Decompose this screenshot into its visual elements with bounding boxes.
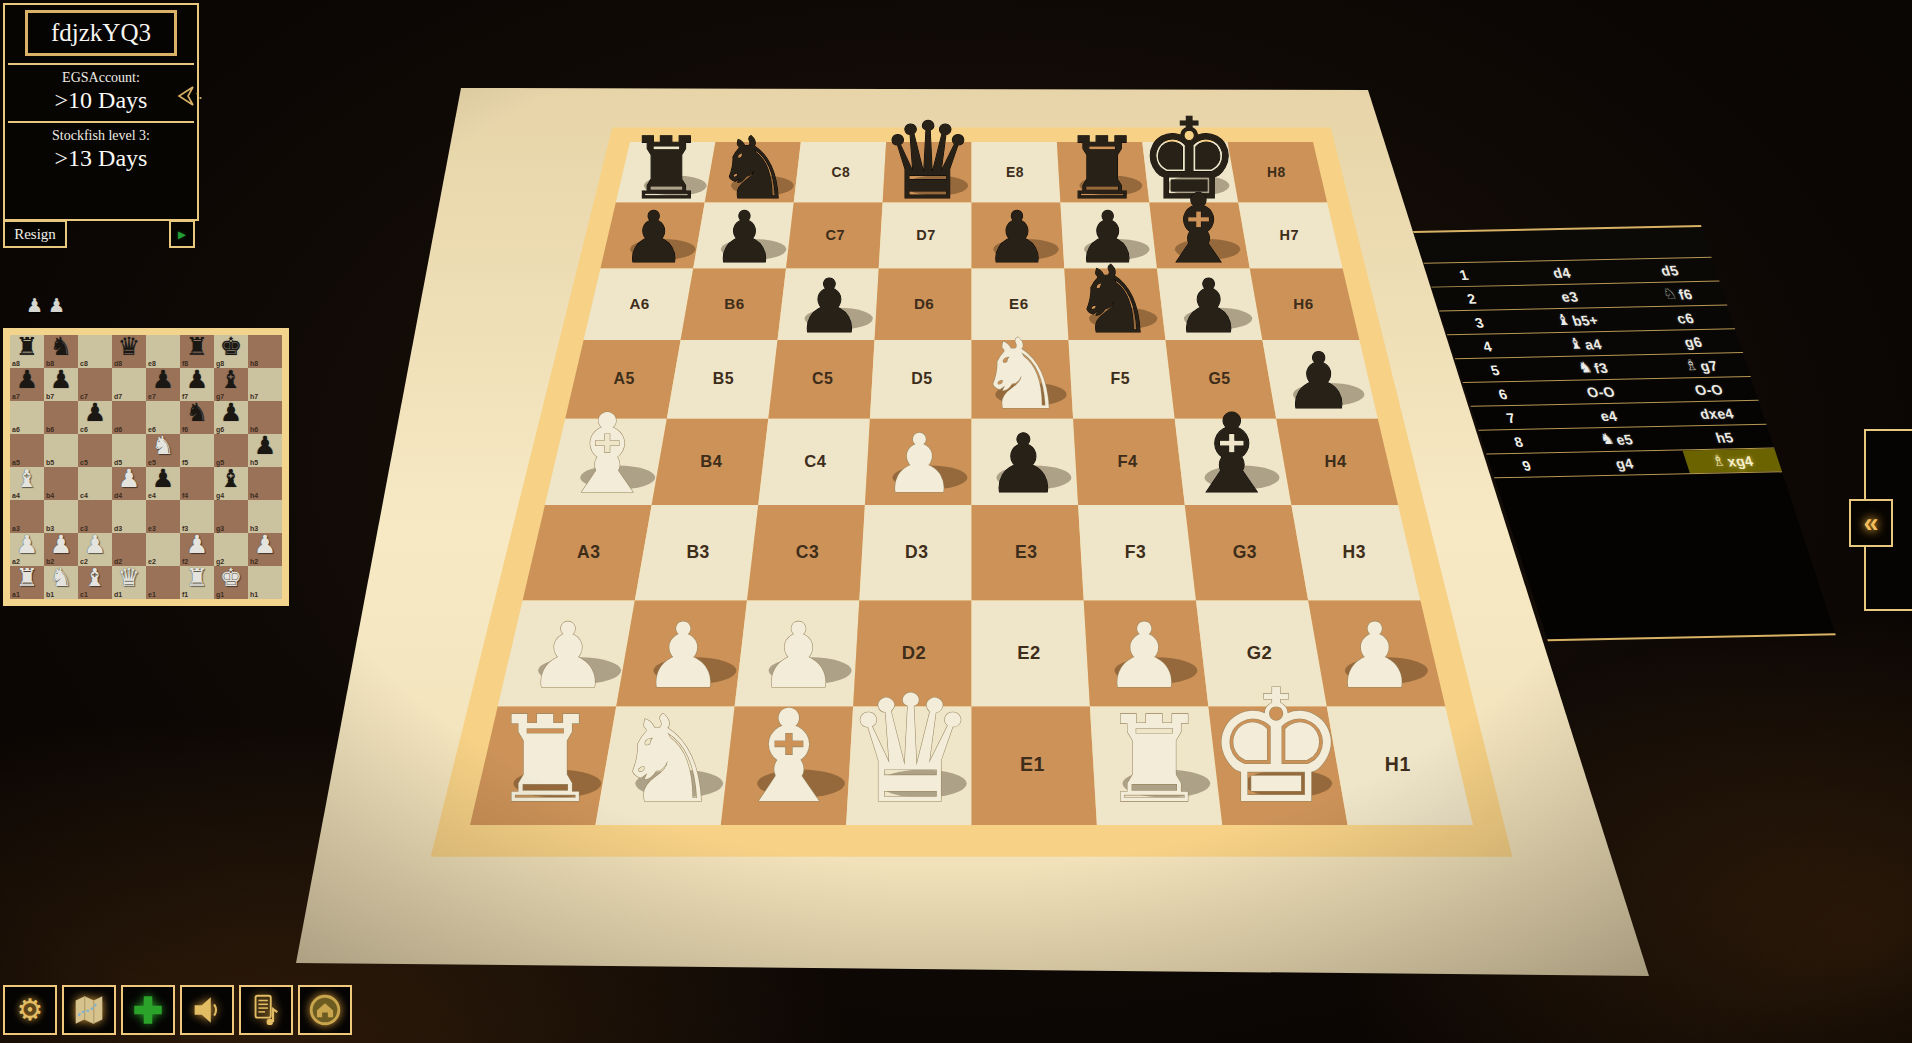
mini-piece-white: ♛ xyxy=(112,563,146,592)
square-label-g3: G3 xyxy=(1233,542,1257,562)
mini-square-a5: a5 xyxy=(10,434,44,467)
piece-white-rook-a1[interactable]: ♜ xyxy=(492,690,599,829)
piece-black-pawn-h5[interactable]: ♟ xyxy=(1284,336,1353,426)
square-label-g5: G5 xyxy=(1208,370,1230,387)
mini-square-e2: e2 xyxy=(146,533,180,566)
mini-square-label: f5 xyxy=(182,459,188,466)
plus-icon xyxy=(129,991,167,1029)
mini-piece-black: ♟ xyxy=(214,398,248,427)
move-cell[interactable]: d5 xyxy=(1620,258,1719,283)
square-label-f4: F4 xyxy=(1117,452,1138,471)
piece-black-pawn-b7[interactable]: ♟ xyxy=(713,196,776,279)
mini-square-label: e3 xyxy=(148,525,156,532)
mini-piece-black: ♟ xyxy=(10,365,44,394)
mini-square-label: g6 xyxy=(216,426,224,433)
mini-square-label: c4 xyxy=(80,492,88,499)
move-number: 4 xyxy=(1447,334,1526,358)
mini-square-e7: e7♟ xyxy=(146,368,180,401)
mini-piece-black: ♟ xyxy=(146,464,180,493)
mini-square-label: h2 xyxy=(250,558,258,565)
mini-square-label: d4 xyxy=(114,492,122,499)
move-text: e5 xyxy=(1614,431,1635,447)
move-cell[interactable]: d4 xyxy=(1496,260,1627,285)
sound-button[interactable] xyxy=(180,985,234,1035)
mini-square-c7: c7 xyxy=(78,368,112,401)
map-icon xyxy=(70,991,108,1029)
move-text: O-O xyxy=(1584,383,1617,399)
panel-divider xyxy=(8,121,194,123)
move-number: 3 xyxy=(1439,310,1518,334)
add-button[interactable] xyxy=(121,985,175,1035)
square-label-c5: C5 xyxy=(812,370,833,387)
move-number: 9 xyxy=(1486,453,1565,477)
move-cell[interactable]: ♞e5 xyxy=(1551,427,1682,452)
mini-square-a4: a4♝ xyxy=(10,467,44,500)
mini-piece-white: ♚ xyxy=(214,563,248,592)
gear-icon: ⚙ xyxy=(17,995,44,1025)
move-text: O-O xyxy=(1692,381,1725,397)
move-text: xg4 xyxy=(1725,452,1755,468)
mini-square-label: a4 xyxy=(12,492,20,499)
square-label-h7: H7 xyxy=(1280,227,1300,243)
mini-piece-black: ♛ xyxy=(112,332,146,361)
square-label-a3: A3 xyxy=(577,542,600,562)
mini-square-label: g4 xyxy=(216,492,224,499)
move-text: e4 xyxy=(1598,407,1619,423)
mini-square-label: c8 xyxy=(80,360,88,367)
move-cell[interactable]: e3 xyxy=(1504,284,1635,309)
square-label-c8: C8 xyxy=(831,164,850,180)
mini-board: a8♜b8♞c8d8♛e8f8♜g8♚h8a7♟b7♟c7d7e7♟f7♟g7♝… xyxy=(3,328,289,606)
mini-square-e4: e4♟ xyxy=(146,467,180,500)
mini-square-h1: h1 xyxy=(248,566,282,599)
mini-piece-black: ♟ xyxy=(78,398,112,427)
mini-square-label: b7 xyxy=(46,393,54,400)
engine-value: >13 Days xyxy=(5,145,197,172)
mini-square-g3: g3 xyxy=(214,500,248,533)
mini-square-a1: a1♜ xyxy=(10,566,44,599)
mini-square-c5: c5 xyxy=(78,434,112,467)
mini-square-d4: d4♟ xyxy=(112,467,146,500)
move-cell[interactable]: c6 xyxy=(1635,305,1734,330)
move-cell[interactable]: ♞f3 xyxy=(1527,355,1658,380)
music-list-icon xyxy=(247,991,285,1029)
mini-square-label: e4 xyxy=(148,492,156,499)
piece-white-rook-f1[interactable]: ♜ xyxy=(1101,690,1208,829)
piece-white-pawn-d4[interactable]: ♟ xyxy=(883,417,956,511)
mini-square-h3: h3 xyxy=(248,500,282,533)
mini-square-label: d1 xyxy=(114,591,122,598)
mini-square-e5: e5♞ xyxy=(146,434,180,467)
piece-black-bishop-g4[interactable]: ♝ xyxy=(1183,391,1281,518)
mini-square-label: h4 xyxy=(250,492,258,499)
square-label-d3: D3 xyxy=(905,542,928,562)
square-label-a5: A5 xyxy=(614,370,635,387)
confirm-button[interactable]: ► xyxy=(169,220,195,248)
mini-square-g7: g7♝ xyxy=(214,368,248,401)
mini-square-g1: g1♚ xyxy=(214,566,248,599)
mini-square-g4: g4♝ xyxy=(214,467,248,500)
square-label-b3: B3 xyxy=(686,542,709,562)
mini-square-h4: h4 xyxy=(248,467,282,500)
mini-square-a2: a2♟ xyxy=(10,533,44,566)
mini-piece-white: ♜ xyxy=(10,563,44,592)
mini-square-c8: c8 xyxy=(78,335,112,368)
mini-square-f2: f2♟ xyxy=(180,533,214,566)
map-button[interactable] xyxy=(62,985,116,1035)
square-label-d5: D5 xyxy=(911,370,932,387)
square-label-h4: H4 xyxy=(1325,452,1347,471)
mini-square-label: e1 xyxy=(148,591,156,598)
mini-square-f1: f1♜ xyxy=(180,566,214,599)
mini-square-label: d6 xyxy=(114,426,122,433)
mini-square-e1: e1 xyxy=(146,566,180,599)
mini-square-f8: f8♜ xyxy=(180,335,214,368)
mini-square-label: h1 xyxy=(250,591,258,598)
square-label-e2: E2 xyxy=(1017,642,1041,663)
square-label-d2: D2 xyxy=(902,642,927,663)
mini-piece-black: ♝ xyxy=(214,464,248,493)
player-panel: fdjzkYQ3 EGSAccount: >10 Days Stockfish … xyxy=(3,3,199,221)
piece-white-pawn-h2[interactable]: ♟ xyxy=(1335,604,1416,708)
mini-square-b1: b1♞ xyxy=(44,566,78,599)
move-number: 7 xyxy=(1471,405,1550,429)
mini-square-label: h5 xyxy=(250,459,258,466)
mini-square-label: b5 xyxy=(46,459,54,466)
mini-square-label: b6 xyxy=(46,426,54,433)
mini-square-d5: d5 xyxy=(112,434,146,467)
account-label: EGSAccount: xyxy=(5,70,197,86)
square-label-d7: D7 xyxy=(916,227,936,243)
square-label-c3: C3 xyxy=(796,542,819,562)
mini-square-e8: e8 xyxy=(146,335,180,368)
mini-square-b4: b4 xyxy=(44,467,78,500)
mini-square-b2: b2♟ xyxy=(44,533,78,566)
move-number: 5 xyxy=(1455,358,1534,382)
mini-piece-white: ♝ xyxy=(78,563,112,592)
chevrons-left-icon: « xyxy=(1863,510,1878,537)
square-label-h8: H8 xyxy=(1267,164,1286,180)
mini-square-c3: c3 xyxy=(78,500,112,533)
mini-square-label: d7 xyxy=(114,393,122,400)
captured-white-pawn-icon: ♟ xyxy=(48,294,65,316)
mini-square-h5: h5♟ xyxy=(248,434,282,467)
piece-white-king-g1[interactable]: ♚ xyxy=(1206,656,1346,838)
mini-piece-black: ♜ xyxy=(10,332,44,361)
mini-square-label: g3 xyxy=(216,525,224,532)
captured-pieces-tray: ♟♟ xyxy=(26,294,65,316)
square-label-b6: B6 xyxy=(724,295,744,312)
mini-piece-black: ♟ xyxy=(248,431,282,460)
mini-square-label: f4 xyxy=(182,492,188,499)
square-label-h1: H1 xyxy=(1385,753,1411,775)
piece-white-knight-b1[interactable]: ♞ xyxy=(613,690,720,829)
mini-piece-black: ♜ xyxy=(180,332,214,361)
square-label-b4: B4 xyxy=(700,452,722,471)
cursor-icon xyxy=(176,84,204,108)
player-name-box: fdjzkYQ3 xyxy=(25,10,177,56)
mini-piece-black: ♝ xyxy=(214,365,248,394)
square-label-e3: E3 xyxy=(1015,542,1037,562)
mini-piece-black: ♞ xyxy=(44,332,78,361)
move-number: 8 xyxy=(1479,429,1558,453)
mini-square-a7: a7♟ xyxy=(10,368,44,401)
move-cell[interactable]: O-O xyxy=(1535,379,1666,404)
mini-square-e3: e3 xyxy=(146,500,180,533)
mini-piece-white: ♟ xyxy=(10,530,44,559)
mini-square-label: c1 xyxy=(80,591,88,598)
settings-button[interactable]: ⚙ xyxy=(3,985,57,1035)
move-text: c6 xyxy=(1674,310,1695,326)
mini-square-g2: g2 xyxy=(214,533,248,566)
move-cell[interactable]: ♘f6 xyxy=(1628,282,1727,307)
piece-black-pawn-c6[interactable]: ♟ xyxy=(796,263,862,349)
collapse-move-panel-button[interactable]: « xyxy=(1849,499,1893,547)
move-cell[interactable]: g4 xyxy=(1558,450,1689,475)
mini-square-f3: f3 xyxy=(180,500,214,533)
mini-square-d1: d1♛ xyxy=(112,566,146,599)
home-icon xyxy=(306,991,344,1029)
resign-label: Resign xyxy=(14,226,56,243)
mini-square-b5: b5 xyxy=(44,434,78,467)
captured-white-pawn-icon: ♟ xyxy=(26,294,43,316)
move-cell[interactable]: ♗xg4 xyxy=(1682,448,1781,473)
square-label-b5: B5 xyxy=(713,370,734,387)
move-text: g6 xyxy=(1682,334,1704,350)
move-cell[interactable]: ♝a4 xyxy=(1519,331,1650,356)
mini-square-g8: g8♚ xyxy=(214,335,248,368)
move-text: e3 xyxy=(1559,288,1580,304)
mini-square-b8: b8♞ xyxy=(44,335,78,368)
mini-square-label: b1 xyxy=(46,591,54,598)
mini-square-h8: h8 xyxy=(248,335,282,368)
mini-square-a8: a8♜ xyxy=(10,335,44,368)
move-text: g4 xyxy=(1613,455,1635,471)
mini-piece-black: ♚ xyxy=(214,332,248,361)
move-text: dxe4 xyxy=(1697,405,1735,422)
mini-square-label: h8 xyxy=(250,360,258,367)
square-label-e1: E1 xyxy=(1020,753,1045,775)
move-text: h5 xyxy=(1713,429,1735,445)
square-label-d6: D6 xyxy=(914,295,934,312)
mini-piece-white: ♟ xyxy=(44,530,78,559)
piece-white-bishop-a4[interactable]: ♝ xyxy=(558,391,656,518)
square-label-f5: F5 xyxy=(1111,370,1131,387)
mini-square-label: e2 xyxy=(148,558,156,565)
mini-piece-white: ♞ xyxy=(44,563,78,592)
move-cell[interactable]: h5 xyxy=(1675,425,1774,450)
mini-piece-black: ♟ xyxy=(146,365,180,394)
mini-square-label: d8 xyxy=(114,360,122,367)
mini-square-label: c6 xyxy=(80,426,88,433)
mini-square-c1: c1♝ xyxy=(78,566,112,599)
move-number: 2 xyxy=(1432,286,1511,310)
square-label-c4: C4 xyxy=(804,452,826,471)
piece-white-knight-e5[interactable]: ♞ xyxy=(978,318,1065,431)
move-cell[interactable]: dxe4 xyxy=(1667,401,1766,426)
move-cell[interactable]: g6 xyxy=(1643,329,1742,354)
account-value: >10 Days xyxy=(5,87,197,114)
move-sounds-button[interactable] xyxy=(239,985,293,1035)
mini-square-label: d3 xyxy=(114,525,122,532)
mini-square-d6: d6 xyxy=(112,401,146,434)
mini-square-f5: f5 xyxy=(180,434,214,467)
move-number: 6 xyxy=(1463,381,1542,405)
piece-black-knight-f6[interactable]: ♞ xyxy=(1072,246,1155,354)
mini-square-label: a1 xyxy=(12,591,20,598)
mini-square-c4: c4 xyxy=(78,467,112,500)
mini-square-h7: h7 xyxy=(248,368,282,401)
move-cell[interactable]: ♗g7 xyxy=(1651,353,1750,378)
move-text: b5+ xyxy=(1570,312,1601,328)
mini-piece-black: ♟ xyxy=(44,365,78,394)
resign-button[interactable]: Resign xyxy=(3,220,67,248)
piece-black-pawn-a7[interactable]: ♟ xyxy=(622,196,685,279)
piece-black-pawn-e4[interactable]: ♟ xyxy=(987,417,1060,511)
square-label-f3: F3 xyxy=(1125,542,1146,562)
panel-divider xyxy=(8,63,194,65)
mini-square-a6: a6 xyxy=(10,401,44,434)
mini-square-d7: d7 xyxy=(112,368,146,401)
mini-piece-white: ♟ xyxy=(78,530,112,559)
mini-square-d2: d2 xyxy=(112,533,146,566)
move-list-filler xyxy=(1494,471,1835,639)
mini-square-g5: g5 xyxy=(214,434,248,467)
square-label-h6: H6 xyxy=(1293,295,1313,312)
mini-square-label: c5 xyxy=(80,459,88,466)
mini-square-b7: b7♟ xyxy=(44,368,78,401)
mini-square-label: g1 xyxy=(216,591,224,598)
move-cell[interactable]: ♝b5+ xyxy=(1511,307,1642,332)
mini-square-label: f1 xyxy=(182,591,188,598)
move-cell[interactable]: e4 xyxy=(1543,403,1674,428)
square-label-e6: E6 xyxy=(1009,295,1029,312)
mini-square-f6: f6♞ xyxy=(180,401,214,434)
mini-square-d3: d3 xyxy=(112,500,146,533)
mini-square-label: a7 xyxy=(12,393,20,400)
mini-square-b6: b6 xyxy=(44,401,78,434)
engine-label: Stockfish level 3: xyxy=(5,128,197,144)
mini-square-f7: f7♟ xyxy=(180,368,214,401)
speaker-icon xyxy=(188,991,226,1029)
piece-white-bishop-c1[interactable]: ♝ xyxy=(731,682,846,831)
move-text: d5 xyxy=(1658,262,1680,278)
square-label-e8: E8 xyxy=(1006,164,1024,180)
mini-piece-black: ♞ xyxy=(180,398,214,427)
piece-black-queen-d8[interactable]: ♛ xyxy=(880,99,975,223)
game-scene: C8E8H8C7D7H7A6B6D6E6H6A5B5C5D5F5G5B4C4F4… xyxy=(0,0,1912,1043)
move-text: a4 xyxy=(1582,336,1603,352)
mini-square-b3: b3 xyxy=(44,500,78,533)
square-label-c7: C7 xyxy=(826,227,846,243)
piece-black-pawn-g6[interactable]: ♟ xyxy=(1175,263,1241,349)
mini-square-label: f6 xyxy=(182,426,188,433)
move-number: 1 xyxy=(1424,262,1503,286)
mini-square-c6: c6♟ xyxy=(78,401,112,434)
mini-square-c2: c2♟ xyxy=(78,533,112,566)
move-text: g7 xyxy=(1698,357,1720,373)
green-arrow-icon: ► xyxy=(176,228,189,241)
mini-piece-white: ♟ xyxy=(248,530,282,559)
toolbar: ⚙ xyxy=(3,985,352,1035)
mini-square-h2: h2♟ xyxy=(248,533,282,566)
mini-square-label: a6 xyxy=(12,426,20,433)
home-button[interactable] xyxy=(298,985,352,1035)
mini-piece-white: ♞ xyxy=(146,431,180,460)
mini-square-g6: g6♟ xyxy=(214,401,248,434)
move-cell[interactable]: O-O xyxy=(1659,377,1758,402)
mini-square-label: e7 xyxy=(148,393,156,400)
move-text: d4 xyxy=(1550,264,1572,280)
piece-black-pawn-e7[interactable]: ♟ xyxy=(985,196,1048,279)
mini-piece-white: ♜ xyxy=(180,563,214,592)
mini-piece-white: ♝ xyxy=(10,464,44,493)
mini-piece-white: ♟ xyxy=(112,464,146,493)
mini-square-label: b4 xyxy=(46,492,54,499)
mini-square-d8: d8♛ xyxy=(112,335,146,368)
mini-square-e6: e6 xyxy=(146,401,180,434)
mini-square-label: h7 xyxy=(250,393,258,400)
mini-square-f4: f4 xyxy=(180,467,214,500)
mini-piece-white: ♟ xyxy=(180,530,214,559)
mini-square-a3: a3 xyxy=(10,500,44,533)
square-label-h3: H3 xyxy=(1343,542,1366,562)
mini-piece-black: ♟ xyxy=(180,365,214,394)
player-name: fdjzkYQ3 xyxy=(51,19,151,47)
piece-white-queen-d1[interactable]: ♛ xyxy=(844,663,977,836)
square-label-a6: A6 xyxy=(629,295,649,312)
mini-square-h6: h6 xyxy=(248,401,282,434)
